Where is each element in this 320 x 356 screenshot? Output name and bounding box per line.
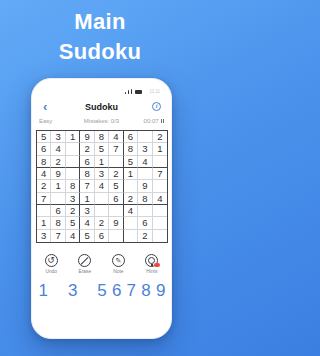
cell-r9c4[interactable]: 5	[80, 230, 94, 242]
cell-r4c6[interactable]: 2	[109, 168, 123, 180]
cell-r1c8[interactable]	[138, 131, 152, 143]
note-pencil-icon: ✎	[112, 254, 125, 267]
toolbar: ↺ Undo Erase ✎ Note Hints	[39, 254, 164, 275]
numpad-1[interactable]: 1	[36, 280, 51, 302]
app-title: Main Sudoku	[0, 7, 200, 67]
cell-r9c5[interactable]: 6	[95, 230, 109, 242]
cell-r3c7[interactable]: 5	[124, 156, 138, 168]
cell-r1c4[interactable]: 9	[80, 131, 94, 143]
cell-r1c6[interactable]: 4	[109, 131, 123, 143]
cell-r5c5[interactable]: 4	[95, 180, 109, 192]
cell-r2c2[interactable]: 4	[51, 143, 65, 155]
note-label: Note	[113, 269, 123, 274]
signal-icon	[128, 90, 130, 94]
numpad-3[interactable]: 3	[65, 280, 80, 302]
numpad-slot-4	[80, 280, 95, 302]
cell-r4c2[interactable]: 9	[51, 168, 65, 180]
cell-r8c6[interactable]: 9	[109, 217, 123, 229]
numpad-8[interactable]: 8	[139, 280, 154, 302]
timer: 00:07	[144, 118, 164, 124]
app-title-line2: Sudoku	[0, 37, 200, 67]
cell-r6c7[interactable]: 2	[124, 193, 138, 205]
cell-r3c4[interactable]: 6	[80, 156, 94, 168]
cell-r6c9[interactable]: 4	[153, 193, 167, 205]
erase-icon	[78, 254, 91, 267]
cell-r7c8[interactable]	[138, 205, 152, 217]
cell-r2c8[interactable]: 3	[138, 143, 152, 155]
cell-r5c7[interactable]	[124, 180, 138, 192]
cell-r7c9[interactable]	[153, 205, 167, 217]
cell-r1c1[interactable]: 5	[37, 131, 51, 143]
numpad-7[interactable]: 7	[124, 280, 139, 302]
number-pad: 1356789	[36, 280, 168, 302]
cell-r7c7[interactable]: 4	[124, 205, 138, 217]
info-icon[interactable]: i	[152, 102, 161, 111]
game-info-row: Easy Mistakes: 0/3 00:07	[39, 118, 164, 126]
cell-r6c3[interactable]: 3	[66, 193, 80, 205]
cell-r3c2[interactable]: 2	[51, 156, 65, 168]
cell-r6c4[interactable]: 1	[80, 193, 94, 205]
cell-r9c8[interactable]: 2	[138, 230, 152, 242]
cell-r5c9[interactable]	[153, 180, 167, 192]
cell-r6c1[interactable]: 7	[37, 193, 51, 205]
cell-r8c8[interactable]: 6	[138, 217, 152, 229]
undo-icon: ↺	[45, 254, 58, 267]
cell-r8c3[interactable]: 5	[66, 217, 80, 229]
signal-icon	[131, 89, 133, 94]
game-header: ‹ Sudoku i	[32, 101, 171, 114]
cell-r3c8[interactable]: 4	[138, 156, 152, 168]
cell-r2c4[interactable]: 2	[80, 143, 94, 155]
phone-mockup: 11:11 ‹ Sudoku i Easy Mistakes: 0/3 00:0…	[31, 78, 172, 339]
cell-r2c9[interactable]: 1	[153, 143, 167, 155]
cell-r9c2[interactable]: 7	[51, 230, 65, 242]
numpad-5[interactable]: 5	[95, 280, 110, 302]
undo-button[interactable]: ↺ Undo	[39, 254, 63, 275]
signal-icon	[125, 92, 127, 94]
cell-r1c5[interactable]: 8	[95, 131, 109, 143]
undo-label: Undo	[45, 269, 56, 274]
cell-r4c7[interactable]: 1	[124, 168, 138, 180]
cell-r6c5[interactable]	[95, 193, 109, 205]
cell-r4c3[interactable]	[66, 168, 80, 180]
cell-r3c6[interactable]	[109, 156, 123, 168]
cell-r5c4[interactable]: 7	[80, 180, 94, 192]
numpad-slot-2	[51, 280, 66, 302]
cell-r5c8[interactable]: 9	[138, 180, 152, 192]
hints-label: Hints	[146, 269, 157, 274]
cell-r8c9[interactable]	[153, 217, 167, 229]
cell-r1c9[interactable]: 2	[153, 131, 167, 143]
cell-r4c4[interactable]: 8	[80, 168, 94, 180]
cell-r7c1[interactable]	[37, 205, 51, 217]
status-time: 11:11	[149, 90, 160, 95]
cell-r2c6[interactable]: 7	[109, 143, 123, 155]
cell-r1c3[interactable]: 1	[66, 131, 80, 143]
numpad-6[interactable]: 6	[109, 280, 124, 302]
app-title-line1: Main	[0, 7, 200, 37]
erase-label: Erase	[78, 269, 91, 274]
cell-r7c4[interactable]: 3	[80, 205, 94, 217]
cell-r4c5[interactable]: 3	[95, 168, 109, 180]
cell-r6c6[interactable]: 6	[109, 193, 123, 205]
cell-r6c8[interactable]: 8	[138, 193, 152, 205]
cell-r5c3[interactable]: 8	[66, 180, 80, 192]
cell-r3c3[interactable]	[66, 156, 80, 168]
cell-r8c5[interactable]: 2	[95, 217, 109, 229]
cell-r5c1[interactable]: 2	[37, 180, 51, 192]
cell-r9c7[interactable]	[124, 230, 138, 242]
erase-button[interactable]: Erase	[73, 254, 97, 275]
cell-r7c3[interactable]: 2	[66, 205, 80, 217]
cell-r7c5[interactable]	[95, 205, 109, 217]
cell-r2c7[interactable]: 8	[124, 143, 138, 155]
cell-r1c2[interactable]: 3	[51, 131, 65, 143]
cell-r4c8[interactable]	[138, 168, 152, 180]
cell-r3c9[interactable]	[153, 156, 167, 168]
cell-r9c9[interactable]	[153, 230, 167, 242]
battery-icon	[135, 90, 142, 94]
cell-r1c7[interactable]: 6	[124, 131, 138, 143]
cell-r2c5[interactable]: 5	[95, 143, 109, 155]
cell-r5c6[interactable]: 5	[109, 180, 123, 192]
cell-r3c5[interactable]: 1	[95, 156, 109, 168]
pause-icon[interactable]	[161, 119, 164, 124]
cell-r7c2[interactable]: 6	[51, 205, 65, 217]
cell-r9c3[interactable]: 4	[66, 230, 80, 242]
cell-r2c1[interactable]: 6	[37, 143, 51, 155]
cell-r4c1[interactable]: 4	[37, 168, 51, 180]
cell-r3c1[interactable]: 8	[37, 156, 51, 168]
cell-r8c4[interactable]: 4	[80, 217, 94, 229]
cell-r2c3[interactable]	[66, 143, 80, 155]
sudoku-grid: 5319846264257831826154498321721874597316…	[36, 130, 168, 243]
timer-value: 00:07	[144, 118, 159, 124]
cell-r5c2[interactable]: 1	[51, 180, 65, 192]
cell-r4c9[interactable]: 7	[153, 168, 167, 180]
cell-r7c6[interactable]	[109, 205, 123, 217]
cell-r8c7[interactable]	[124, 217, 138, 229]
cell-r8c2[interactable]: 8	[51, 217, 65, 229]
numpad-9[interactable]: 9	[153, 280, 168, 302]
hint-badge	[154, 263, 160, 268]
status-bar: 11:11	[125, 88, 160, 94]
hint-bulb-icon	[145, 254, 158, 267]
cell-r9c1[interactable]: 3	[37, 230, 51, 242]
page-title: Sudoku	[32, 101, 171, 114]
hints-button[interactable]: Hints	[140, 254, 164, 275]
cell-r9c6[interactable]	[109, 230, 123, 242]
note-button[interactable]: ✎ Note	[106, 254, 130, 275]
cell-r8c1[interactable]: 1	[37, 217, 51, 229]
cell-r6c2[interactable]	[51, 193, 65, 205]
